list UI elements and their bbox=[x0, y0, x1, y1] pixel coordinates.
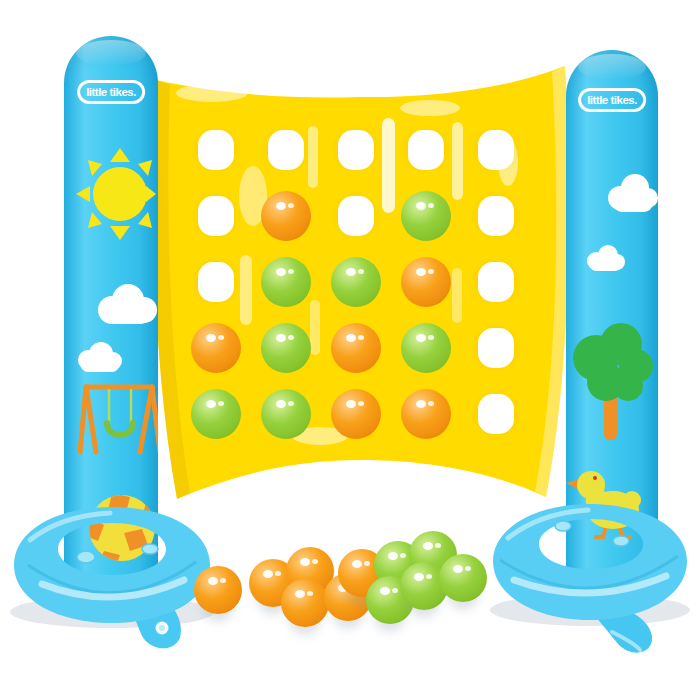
right-base bbox=[493, 504, 687, 653]
loose-orange-ball-1[interactable] bbox=[194, 566, 242, 614]
inflatable-connect-four-scene: little tikes. bbox=[0, 0, 700, 700]
loose-green-ball-5[interactable] bbox=[439, 554, 487, 602]
loose-orange-ball-4[interactable] bbox=[281, 579, 329, 627]
